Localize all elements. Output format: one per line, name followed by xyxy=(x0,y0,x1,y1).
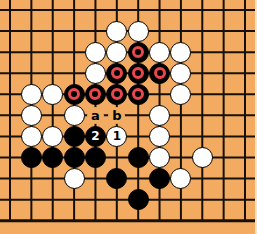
black-stone xyxy=(21,147,42,168)
marked-black-stone xyxy=(64,84,85,105)
move-number: 1 xyxy=(113,130,121,142)
red-circle-mark xyxy=(132,46,144,58)
marked-black-stone xyxy=(106,63,127,84)
white-stone xyxy=(149,126,170,147)
white-stone xyxy=(170,42,191,63)
marked-black-stone xyxy=(106,84,127,105)
black-stone xyxy=(85,147,106,168)
move-number: 2 xyxy=(91,130,99,142)
black-stone xyxy=(128,189,149,210)
white-stone xyxy=(64,105,85,126)
white-stone xyxy=(42,84,63,105)
black-stone xyxy=(149,168,170,189)
white-stone xyxy=(170,63,191,84)
white-stone xyxy=(149,105,170,126)
red-circle-mark xyxy=(111,88,123,100)
image-edge-strip xyxy=(255,0,257,234)
red-circle-mark xyxy=(132,67,144,79)
marked-black-stone xyxy=(85,84,106,105)
white-stone xyxy=(128,21,149,42)
point-label-a: a xyxy=(87,107,104,124)
white-stone xyxy=(21,84,42,105)
marked-black-stone xyxy=(128,42,149,63)
red-circle-mark xyxy=(89,88,101,100)
white-stone xyxy=(21,105,42,126)
white-stone xyxy=(106,21,127,42)
go-board: ab21 xyxy=(0,0,257,234)
red-circle-mark xyxy=(111,67,123,79)
white-stone xyxy=(85,42,106,63)
white-stone xyxy=(64,168,85,189)
red-circle-mark xyxy=(68,88,80,100)
black-stone xyxy=(64,126,85,147)
white-stone xyxy=(192,147,213,168)
white-stone xyxy=(149,42,170,63)
white-stone xyxy=(85,63,106,84)
white-stone xyxy=(106,42,127,63)
white-stone xyxy=(42,126,63,147)
marked-black-stone xyxy=(128,63,149,84)
white-stone xyxy=(149,147,170,168)
black-stone-move-2: 2 xyxy=(85,126,106,147)
white-stone xyxy=(21,126,42,147)
black-stone xyxy=(64,147,85,168)
marked-black-stone xyxy=(128,84,149,105)
go-diagram: ab21 xyxy=(0,0,257,234)
marked-black-stone xyxy=(149,63,170,84)
black-stone xyxy=(128,147,149,168)
red-circle-mark xyxy=(154,67,166,79)
red-circle-mark xyxy=(132,88,144,100)
